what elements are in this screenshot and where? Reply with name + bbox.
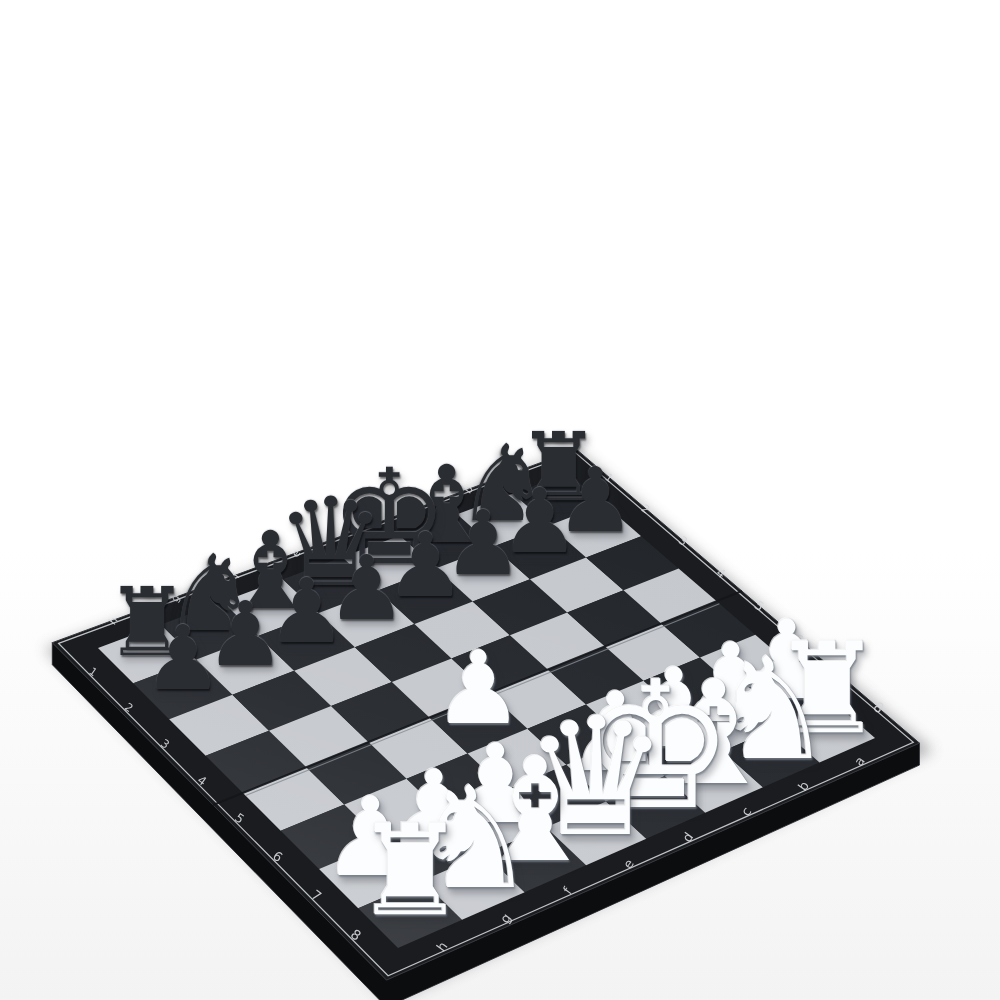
piece-black-pawn-h2[interactable]: ♟ — [143, 614, 223, 703]
piece-white-rook-h8[interactable]: ♜ — [354, 808, 467, 934]
photo-stage: 1122334455667788hhggffeeddccbbaa ♜♞♝♚♛♝♞… — [0, 0, 1000, 1000]
